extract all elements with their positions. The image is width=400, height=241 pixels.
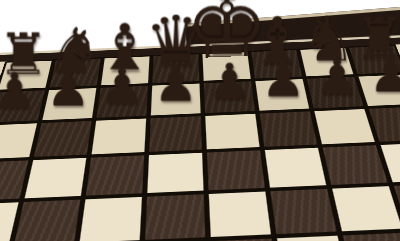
piece-black-pawn-a7[interactable]: ♟ [0,66,37,115]
square-d7[interactable]: ♟ [149,82,203,117]
square-e5[interactable] [204,149,267,193]
scene: 8 ♜♞♝♛♚♝♞♜♟♟♟♟♟♟♟♟ [0,0,400,241]
square-d4[interactable] [142,192,208,241]
square-g7[interactable]: ♟ [304,75,366,109]
square-e6[interactable] [203,112,262,151]
piece-black-pawn-f7[interactable]: ♟ [261,55,305,104]
chess-set-photo: 8 ♜♞♝♛♚♝♞♜♟♟♟♟♟♟♟♟ [0,0,400,241]
square-g4[interactable] [329,184,400,233]
square-f4[interactable] [268,187,340,236]
square-b6[interactable] [31,119,94,158]
square-c7[interactable]: ♟ [94,84,150,119]
chess-board: 8 ♜♞♝♛♚♝♞♜♟♟♟♟♟♟♟♟ [0,35,400,241]
square-c4[interactable] [76,195,144,241]
square-b7[interactable]: ♟ [40,87,99,122]
square-h7[interactable]: ♟ [356,73,400,107]
piece-black-pawn-d7[interactable]: ♟ [154,59,198,108]
square-g3[interactable] [340,231,400,241]
square-d6[interactable] [147,115,205,154]
square-b4[interactable] [11,198,83,241]
square-f5[interactable] [262,146,329,190]
square-b5[interactable] [22,156,89,200]
piece-black-pawn-e7[interactable]: ♟ [207,57,251,106]
square-c5[interactable] [83,154,147,198]
square-f7[interactable]: ♟ [253,78,312,113]
square-f6[interactable] [257,110,320,149]
square-c6[interactable] [89,117,149,156]
square-e7[interactable]: ♟ [202,80,258,115]
piece-black-pawn-b7[interactable]: ♟ [46,64,90,113]
piece-black-pawn-c7[interactable]: ♟ [100,62,144,111]
piece-black-pawn-g7[interactable]: ♟ [315,52,359,101]
square-d5[interactable] [145,151,207,195]
board-grid: ♜♞♝♛♚♝♞♜♟♟♟♟♟♟♟♟ [0,45,400,241]
piece-black-pawn-h7[interactable]: ♟ [369,50,400,99]
square-e4[interactable] [206,190,274,240]
